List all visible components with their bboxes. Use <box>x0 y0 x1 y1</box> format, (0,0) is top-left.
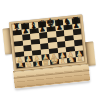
piece-black-pawn-b7[interactable]: ♟ <box>22 28 29 36</box>
piece-black-pawn-h7[interactable]: ♟ <box>73 23 80 31</box>
piece-black-pawn-e7[interactable]: ♟ <box>47 25 54 33</box>
piece-white-knight-b1[interactable]: ♞ <box>25 59 33 68</box>
chess-set-box: ♜♞♝♛♚♝♞♜♟♟♟♟♟♟♟♟♟♟♟♟♟♟♟♟♜♞♝♛♚♝♞♜ <box>7 12 92 90</box>
piece-white-bishop-f1[interactable]: ♝ <box>59 56 67 65</box>
piece-white-rook-a1[interactable]: ♜ <box>17 61 25 70</box>
piece-black-pawn-d7[interactable]: ♟ <box>39 26 46 34</box>
photo-background: ♜♞♝♛♚♝♞♜♟♟♟♟♟♟♟♟♟♟♟♟♟♟♟♟♜♞♝♛♚♝♞♜ <box>0 0 100 100</box>
piece-white-knight-g1[interactable]: ♞ <box>67 55 75 64</box>
box-front-seam <box>14 70 90 79</box>
piece-black-pawn-c7[interactable]: ♟ <box>31 27 38 35</box>
piece-black-pawn-g7[interactable]: ♟ <box>64 23 71 31</box>
piece-white-rook-h1[interactable]: ♜ <box>76 54 84 63</box>
piece-black-pawn-a7[interactable]: ♟ <box>14 29 21 37</box>
piece-black-pawn-f7[interactable]: ♟ <box>56 24 63 32</box>
